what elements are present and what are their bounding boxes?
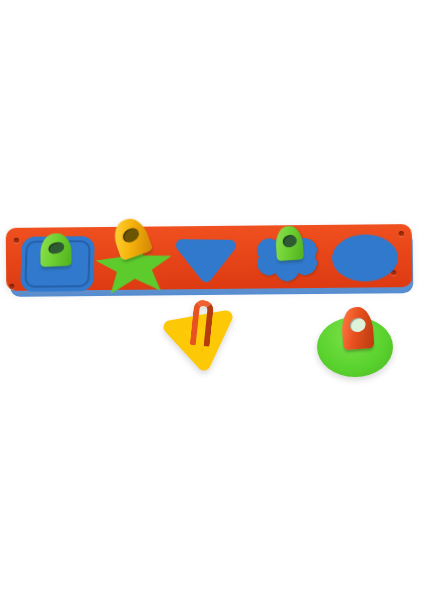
square-piece-knob[interactable] — [40, 233, 71, 267]
board-top-layer — [6, 224, 413, 291]
knob-hole — [47, 240, 65, 255]
slot-star — [95, 226, 173, 295]
circle-hole-empty[interactable] — [332, 234, 398, 282]
star-piece-knob[interactable] — [109, 214, 153, 261]
knob-hole — [281, 233, 298, 248]
puzzle-board-area — [0, 0, 424, 600]
flower-piece-knob[interactable] — [275, 225, 304, 261]
slot-triangle — [172, 226, 250, 295]
knob-hole — [120, 225, 141, 245]
knob-hole — [348, 316, 367, 334]
star-piece-wrap — [95, 226, 172, 295]
product-photo — [0, 0, 424, 600]
loose-triangle-piece[interactable] — [158, 300, 240, 374]
triangle-hole-empty[interactable] — [173, 236, 239, 285]
slot-square — [18, 227, 96, 296]
slot-circle — [326, 224, 404, 293]
flower-piece-in-slot[interactable] — [253, 232, 321, 282]
loose-circle-piece[interactable] — [315, 305, 397, 380]
square-piece-in-slot[interactable] — [20, 236, 94, 292]
loose-circle-knob[interactable] — [341, 306, 375, 350]
slot-row — [6, 224, 413, 291]
slot-flower — [249, 225, 327, 294]
